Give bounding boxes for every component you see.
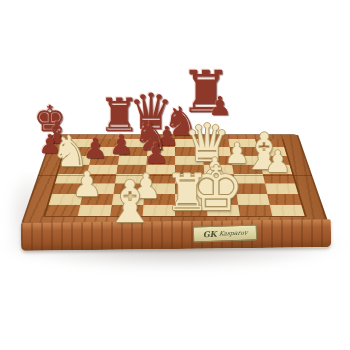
board-squares <box>45 139 304 216</box>
fold-seam <box>38 175 312 176</box>
piece-black-pawn-g7: ♟ <box>208 93 231 119</box>
square-e3 <box>175 184 206 194</box>
square-f3 <box>205 184 237 194</box>
square-a1 <box>45 205 80 216</box>
square-a3 <box>52 184 85 194</box>
square-c8 <box>120 139 148 147</box>
plaque-signature-text: Kasparov <box>218 230 247 237</box>
chess-set-product-photo[interactable]: GK Kasparov ♜♟♚♛♜♞♝♟♞♟♟♟♛♟♟♞♝♟♟♟♟♚♜♝ <box>0 0 350 350</box>
square-e6 <box>175 156 204 165</box>
square-b2 <box>80 194 113 205</box>
square-f5 <box>204 165 234 174</box>
square-b3 <box>83 184 115 194</box>
piece-black-king: ♚ <box>34 101 66 137</box>
square-f1 <box>207 205 240 216</box>
board-frame-inner-border <box>43 139 307 217</box>
square-d5 <box>146 165 175 174</box>
square-g6 <box>231 156 261 165</box>
square-b6 <box>89 156 119 165</box>
square-h8 <box>255 139 284 147</box>
plaque-monogram: GK <box>203 230 217 238</box>
box-front-edge: GK Kasparov <box>21 219 331 251</box>
chess-board-top <box>21 134 329 224</box>
square-d8 <box>148 139 175 147</box>
square-h5 <box>261 165 292 174</box>
square-d1 <box>143 205 175 216</box>
square-e2 <box>175 194 207 205</box>
square-b8 <box>93 139 121 147</box>
square-d6 <box>146 156 175 165</box>
piece-black-rook-kingside: ♜ <box>180 63 232 121</box>
square-h7 <box>257 147 287 155</box>
square-c5 <box>116 165 146 174</box>
square-c6 <box>118 156 147 165</box>
square-b1 <box>78 205 112 216</box>
square-g5 <box>232 165 263 174</box>
square-d2 <box>143 194 175 205</box>
square-b7 <box>91 147 120 155</box>
square-e7 <box>175 147 203 155</box>
piece-black-rook-queenside: ♜ <box>98 92 139 138</box>
square-f2 <box>206 194 238 205</box>
square-f8 <box>202 139 230 147</box>
square-g1 <box>238 205 272 216</box>
piece-black-queen: ♛ <box>129 87 174 137</box>
square-c2 <box>112 194 144 205</box>
square-h1 <box>270 205 305 216</box>
square-c1 <box>110 205 143 216</box>
square-d7 <box>147 147 175 155</box>
square-c3 <box>113 184 145 194</box>
brand-plaque: GK Kasparov <box>193 224 257 242</box>
square-a7 <box>63 147 93 155</box>
square-g7 <box>230 147 259 155</box>
square-g8 <box>228 139 256 147</box>
square-a5 <box>58 165 89 174</box>
square-a6 <box>61 156 92 165</box>
square-e5 <box>175 165 204 174</box>
square-e8 <box>175 139 202 147</box>
square-g2 <box>237 194 270 205</box>
square-a8 <box>66 139 95 147</box>
square-h2 <box>267 194 301 205</box>
square-f7 <box>202 147 231 155</box>
square-c7 <box>119 147 148 155</box>
square-g3 <box>235 184 267 194</box>
square-h6 <box>259 156 290 165</box>
square-d3 <box>144 184 175 194</box>
square-a2 <box>49 194 83 205</box>
square-f6 <box>203 156 232 165</box>
square-h3 <box>265 184 298 194</box>
square-e1 <box>175 205 207 216</box>
square-b5 <box>87 165 118 174</box>
